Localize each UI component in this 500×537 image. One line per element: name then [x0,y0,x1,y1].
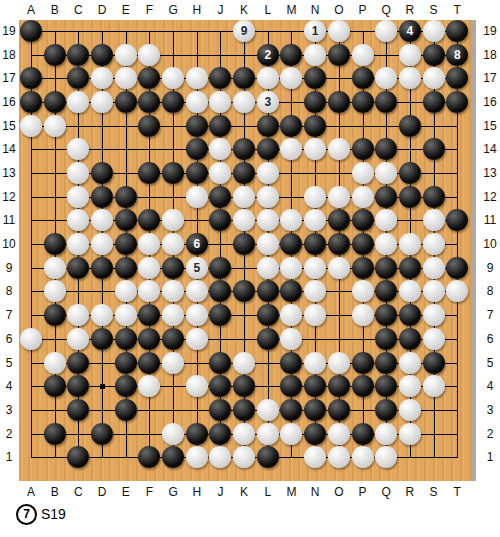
white-stone-C16 [67,91,89,113]
black-stone-D6 [91,328,113,350]
black-stone-Q7 [375,304,397,326]
col-label-top-S: S [425,3,443,17]
black-stone-M10 [280,233,302,255]
black-stone-J15 [209,115,231,137]
row-label-left-16: 16 [0,95,18,109]
black-stone-A16 [20,91,42,113]
move-1-stone-N19: 1 [304,20,326,42]
black-stone-E6 [115,328,137,350]
white-stone-S7 [423,304,445,326]
black-stone-H13 [186,162,208,184]
white-stone-G17 [162,67,184,89]
black-stone-F1 [138,446,160,468]
black-stone-F13 [138,162,160,184]
black-stone-G6 [162,328,184,350]
col-label-top-B: B [46,3,64,17]
black-stone-F6 [138,328,160,350]
move-annotation-point: S19 [41,506,66,522]
black-stone-Q16 [375,91,397,113]
black-stone-O16 [328,91,350,113]
row-label-right-13: 13 [481,166,499,180]
white-stone-L3 [257,399,279,421]
black-stone-T16 [446,91,468,113]
black-stone-N2 [304,423,326,445]
black-stone-F11 [138,209,160,231]
black-stone-E3 [115,399,137,421]
black-stone-B10 [44,233,66,255]
row-label-right-5: 5 [481,356,499,370]
col-label-top-G: G [164,3,182,17]
col-label-top-J: J [211,3,229,17]
black-stone-R12 [399,186,421,208]
white-stone-S11 [423,209,445,231]
black-stone-J4 [209,375,231,397]
white-stone-M11 [280,209,302,231]
col-label-bottom-M: M [282,485,300,499]
white-stone-P18 [352,44,374,66]
white-stone-F10 [138,233,160,255]
black-stone-J7 [209,304,231,326]
black-stone-K14 [233,138,255,160]
black-stone-C9 [67,257,89,279]
white-stone-H8 [186,280,208,302]
col-label-bottom-T: T [448,485,466,499]
white-stone-S4 [423,375,445,397]
white-stone-F18 [138,44,160,66]
black-stone-Q12 [375,186,397,208]
white-stone-O5 [328,352,350,374]
col-label-bottom-K: K [235,485,253,499]
black-stone-R9 [399,257,421,279]
black-stone-P14 [352,138,374,160]
col-label-top-N: N [306,3,324,17]
black-stone-P4 [352,375,374,397]
white-stone-B9 [44,257,66,279]
black-stone-E4 [115,375,137,397]
black-stone-J12 [209,186,231,208]
black-stone-N15 [304,115,326,137]
white-stone-E7 [115,304,137,326]
row-label-left-10: 10 [0,237,18,251]
board-edge-shade [471,20,476,481]
black-stone-P5 [352,352,374,374]
white-stone-C7 [67,304,89,326]
black-stone-H2 [186,423,208,445]
white-stone-M7 [280,304,302,326]
col-label-top-H: H [188,3,206,17]
col-label-top-T: T [448,3,466,17]
black-stone-E16 [115,91,137,113]
white-stone-P8 [352,280,374,302]
white-stone-R3 [399,399,421,421]
white-stone-A6 [20,328,42,350]
row-label-right-12: 12 [481,190,499,204]
col-label-top-R: R [401,3,419,17]
row-label-right-17: 17 [481,71,499,85]
white-stone-L2 [257,423,279,445]
col-label-bottom-D: D [93,485,111,499]
black-stone-M15 [280,115,302,137]
black-stone-Q3 [375,399,397,421]
white-stone-H7 [186,304,208,326]
row-label-right-14: 14 [481,142,499,156]
col-label-top-F: F [140,3,158,17]
move-6-stone-H10: 6 [186,233,208,255]
row-label-right-15: 15 [481,119,499,133]
white-stone-R18 [399,44,421,66]
col-label-top-C: C [69,3,87,17]
white-stone-O2 [328,423,350,445]
col-label-top-P: P [354,3,372,17]
white-stone-D10 [91,233,113,255]
white-stone-Q19 [375,20,397,42]
col-label-top-O: O [330,3,348,17]
white-stone-R5 [399,352,421,374]
row-label-right-8: 8 [481,284,499,298]
black-stone-T9 [446,257,468,279]
black-stone-J17 [209,67,231,89]
white-stone-S9 [423,257,445,279]
row-label-right-11: 11 [481,213,499,227]
white-stone-O1 [328,446,350,468]
white-stone-J14 [209,138,231,160]
white-stone-L17 [257,67,279,89]
white-stone-P13 [352,162,374,184]
white-stone-R17 [399,67,421,89]
black-stone-B16 [44,91,66,113]
black-stone-G13 [162,162,184,184]
black-stone-J11 [209,209,231,231]
white-stone-G11 [162,209,184,231]
black-stone-J9 [209,257,231,279]
move-4-stone-R19: 4 [399,20,421,42]
black-stone-E10 [115,233,137,255]
white-stone-L12 [257,186,279,208]
white-stone-N11 [304,209,326,231]
black-stone-F16 [138,91,160,113]
row-label-left-18: 18 [0,48,18,62]
black-stone-G16 [162,91,184,113]
row-label-left-3: 3 [0,403,18,417]
white-stone-R2 [399,423,421,445]
white-stone-Q17 [375,67,397,89]
white-stone-D11 [91,209,113,231]
black-stone-A19 [20,20,42,42]
move-9-stone-K19: 9 [233,20,255,42]
black-stone-F15 [138,115,160,137]
black-stone-K8 [233,280,255,302]
white-stone-K1 [233,446,255,468]
white-stone-K12 [233,186,255,208]
row-label-right-1: 1 [481,450,499,464]
black-stone-P2 [352,423,374,445]
col-label-bottom-N: N [306,485,324,499]
white-stone-N9 [304,257,326,279]
white-stone-Q10 [375,233,397,255]
white-stone-D17 [91,67,113,89]
black-stone-T11 [446,209,468,231]
white-stone-B8 [44,280,66,302]
move-2-stone-L18: 2 [257,44,279,66]
white-stone-F8 [138,280,160,302]
black-stone-O11 [328,209,350,231]
black-stone-S14 [423,138,445,160]
white-stone-M17 [280,67,302,89]
row-label-left-9: 9 [0,261,18,275]
row-label-left-7: 7 [0,308,18,322]
black-stone-K17 [233,67,255,89]
black-stone-K13 [233,162,255,184]
black-stone-B7 [44,304,66,326]
black-stone-H15 [186,115,208,137]
white-stone-M2 [280,423,302,445]
black-stone-P11 [352,209,374,231]
black-stone-K4 [233,375,255,397]
white-stone-K2 [233,423,255,445]
black-stone-G1 [162,446,184,468]
black-stone-O3 [328,399,350,421]
black-stone-E12 [115,186,137,208]
row-label-right-3: 3 [481,403,499,417]
white-stone-N14 [304,138,326,160]
black-stone-M18 [280,44,302,66]
black-stone-Q9 [375,257,397,279]
black-stone-P10 [352,233,374,255]
white-stone-J16 [209,91,231,113]
white-stone-P1 [352,446,374,468]
col-label-bottom-G: G [164,485,182,499]
white-stone-F4 [138,375,160,397]
white-stone-K16 [233,91,255,113]
col-label-top-L: L [259,3,277,17]
black-stone-K10 [233,233,255,255]
white-stone-Q13 [375,162,397,184]
black-stone-T17 [446,67,468,89]
white-stone-C11 [67,209,89,231]
row-label-right-18: 18 [481,48,499,62]
black-stone-N4 [304,375,326,397]
black-stone-M3 [280,399,302,421]
move-5-stone-H9: 5 [186,257,208,279]
black-stone-L6 [257,328,279,350]
black-stone-H14 [186,138,208,160]
white-stone-R10 [399,233,421,255]
white-stone-C12 [67,186,89,208]
black-stone-D18 [91,44,113,66]
white-stone-H16 [186,91,208,113]
col-label-bottom-S: S [425,485,443,499]
col-label-bottom-H: H [188,485,206,499]
black-stone-O10 [328,233,350,255]
white-stone-G5 [162,352,184,374]
white-stone-B5 [44,352,66,374]
col-label-bottom-L: L [259,485,277,499]
white-stone-L10 [257,233,279,255]
black-stone-L14 [257,138,279,160]
white-stone-N5 [304,352,326,374]
move-number-circle: 7 [16,504,37,525]
white-stone-T8 [446,280,468,302]
white-stone-H1 [186,446,208,468]
black-stone-F7 [138,304,160,326]
black-stone-S18 [423,44,445,66]
row-label-left-6: 6 [0,332,18,346]
black-stone-S5 [423,352,445,374]
white-stone-H17 [186,67,208,89]
black-stone-E9 [115,257,137,279]
white-stone-S6 [423,328,445,350]
white-stone-N1 [304,446,326,468]
black-stone-N16 [304,91,326,113]
col-label-bottom-P: P [354,485,372,499]
black-stone-J8 [209,280,231,302]
white-stone-K11 [233,209,255,231]
black-stone-O18 [328,44,350,66]
black-stone-S16 [423,91,445,113]
col-label-top-A: A [22,3,40,17]
row-label-right-9: 9 [481,261,499,275]
black-stone-R15 [399,115,421,137]
row-label-right-16: 16 [481,95,499,109]
white-stone-O12 [328,186,350,208]
white-stone-L11 [257,209,279,231]
white-stone-M6 [280,328,302,350]
black-stone-R13 [399,162,421,184]
black-stone-E11 [115,209,137,231]
black-stone-C1 [67,446,89,468]
white-stone-K5 [233,352,255,374]
white-stone-N7 [304,304,326,326]
row-label-left-11: 11 [0,213,18,227]
row-label-right-10: 10 [481,237,499,251]
black-stone-N17 [304,67,326,89]
black-stone-Q8 [375,280,397,302]
row-label-right-6: 6 [481,332,499,346]
row-label-left-12: 12 [0,190,18,204]
white-stone-E17 [115,67,137,89]
black-stone-B18 [44,44,66,66]
black-stone-L7 [257,304,279,326]
col-label-top-M: M [282,3,300,17]
white-stone-H6 [186,328,208,350]
black-stone-A17 [20,67,42,89]
black-stone-N3 [304,399,326,421]
white-stone-N12 [304,186,326,208]
col-label-top-E: E [117,3,135,17]
black-stone-C3 [67,399,89,421]
black-stone-J5 [209,352,231,374]
black-stone-R6 [399,328,421,350]
white-stone-J1 [209,446,231,468]
row-label-left-14: 14 [0,142,18,156]
black-stone-D12 [91,186,113,208]
white-stone-E8 [115,280,137,302]
row-label-left-8: 8 [0,284,18,298]
white-stone-C14 [67,138,89,160]
white-stone-O19 [328,20,350,42]
row-label-left-17: 17 [0,71,18,85]
black-stone-G9 [162,257,184,279]
white-stone-D16 [91,91,113,113]
black-stone-J2 [209,423,231,445]
move-3-stone-L16: 3 [257,91,279,113]
row-label-left-4: 4 [0,379,18,393]
white-stone-S10 [423,233,445,255]
white-stone-F9 [138,257,160,279]
white-stone-L13 [257,162,279,184]
black-stone-D2 [91,423,113,445]
white-stone-D7 [91,304,113,326]
white-stone-B15 [44,115,66,137]
col-label-bottom-R: R [401,485,419,499]
white-stone-Q2 [375,423,397,445]
col-label-top-K: K [235,3,253,17]
black-stone-F17 [138,67,160,89]
col-label-bottom-F: F [140,485,158,499]
white-stone-C10 [67,233,89,255]
black-stone-C17 [67,67,89,89]
white-stone-J13 [209,162,231,184]
black-stone-P17 [352,67,374,89]
black-stone-P9 [352,257,374,279]
black-stone-M5 [280,352,302,374]
move-annotation: 7 S19 [16,503,66,525]
row-label-right-2: 2 [481,427,499,441]
row-label-left-15: 15 [0,119,18,133]
white-stone-O14 [328,138,350,160]
white-stone-Q1 [375,446,397,468]
white-stone-S19 [423,20,445,42]
black-stone-D13 [91,162,113,184]
black-stone-K3 [233,399,255,421]
white-stone-G10 [162,233,184,255]
black-stone-J3 [209,399,231,421]
black-stone-D9 [91,257,113,279]
white-stone-H4 [186,375,208,397]
star-point-D4 [100,384,105,389]
white-stone-S17 [423,67,445,89]
row-label-left-13: 13 [0,166,18,180]
col-label-bottom-C: C [69,485,87,499]
black-stone-T19 [446,20,468,42]
row-label-right-7: 7 [481,308,499,322]
row-label-left-5: 5 [0,356,18,370]
white-stone-S8 [423,280,445,302]
white-stone-L9 [257,257,279,279]
white-stone-R4 [399,375,421,397]
col-label-bottom-J: J [211,485,229,499]
black-stone-P16 [352,91,374,113]
black-stone-R7 [399,304,421,326]
row-label-left-2: 2 [0,427,18,441]
white-stone-M14 [280,138,302,160]
black-stone-Q6 [375,328,397,350]
move-8-stone-T18: 8 [446,44,468,66]
black-stone-Q5 [375,352,397,374]
col-label-top-D: D [93,3,111,17]
black-stone-S12 [423,186,445,208]
col-label-bottom-B: B [46,485,64,499]
white-stone-M9 [280,257,302,279]
col-label-bottom-O: O [330,485,348,499]
white-stone-A15 [20,115,42,137]
black-stone-O4 [328,375,350,397]
row-label-left-1: 1 [0,450,18,464]
col-label-bottom-A: A [22,485,40,499]
black-stone-Q14 [375,138,397,160]
goban[interactable]: 91428365 [19,20,471,481]
row-label-left-19: 19 [0,24,18,38]
